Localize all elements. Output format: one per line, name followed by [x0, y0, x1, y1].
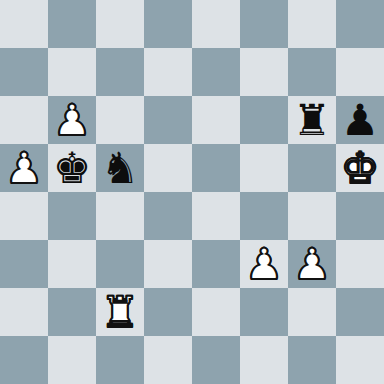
square-h7[interactable] [336, 48, 384, 96]
piece-white-pawn[interactable]: ♟ [245, 240, 284, 288]
square-g2[interactable] [288, 288, 336, 336]
square-f7[interactable] [240, 48, 288, 96]
square-a1[interactable] [0, 336, 48, 384]
square-a3[interactable] [0, 240, 48, 288]
square-h5[interactable]: ♚ [336, 144, 384, 192]
square-h6[interactable]: ♟ [336, 96, 384, 144]
square-e6[interactable] [192, 96, 240, 144]
square-c6[interactable] [96, 96, 144, 144]
square-f6[interactable] [240, 96, 288, 144]
square-f2[interactable] [240, 288, 288, 336]
square-c1[interactable] [96, 336, 144, 384]
square-e1[interactable] [192, 336, 240, 384]
piece-black-knight[interactable]: ♞ [101, 144, 140, 192]
square-h4[interactable] [336, 192, 384, 240]
square-e5[interactable] [192, 144, 240, 192]
square-a6[interactable] [0, 96, 48, 144]
square-g6[interactable]: ♜ [288, 96, 336, 144]
square-e7[interactable] [192, 48, 240, 96]
piece-white-pawn[interactable]: ♟ [293, 240, 332, 288]
square-b4[interactable] [48, 192, 96, 240]
square-e8[interactable] [192, 0, 240, 48]
square-f1[interactable] [240, 336, 288, 384]
piece-black-pawn[interactable]: ♟ [341, 96, 380, 144]
square-c4[interactable] [96, 192, 144, 240]
square-d5[interactable] [144, 144, 192, 192]
square-e4[interactable] [192, 192, 240, 240]
square-d2[interactable] [144, 288, 192, 336]
square-d7[interactable] [144, 48, 192, 96]
square-d4[interactable] [144, 192, 192, 240]
square-e3[interactable] [192, 240, 240, 288]
piece-white-pawn[interactable]: ♟ [5, 144, 44, 192]
square-b5[interactable]: ♚ [48, 144, 96, 192]
square-d1[interactable] [144, 336, 192, 384]
chess-board: ♟♜♟♟♚♞♚♟♟♜ [0, 0, 384, 384]
square-h1[interactable] [336, 336, 384, 384]
square-d6[interactable] [144, 96, 192, 144]
square-c8[interactable] [96, 0, 144, 48]
square-a8[interactable] [0, 0, 48, 48]
square-g7[interactable] [288, 48, 336, 96]
square-c7[interactable] [96, 48, 144, 96]
square-g3[interactable]: ♟ [288, 240, 336, 288]
square-g8[interactable] [288, 0, 336, 48]
square-a5[interactable]: ♟ [0, 144, 48, 192]
square-b3[interactable] [48, 240, 96, 288]
square-c5[interactable]: ♞ [96, 144, 144, 192]
square-f3[interactable]: ♟ [240, 240, 288, 288]
square-b7[interactable] [48, 48, 96, 96]
square-b1[interactable] [48, 336, 96, 384]
square-c2[interactable]: ♜ [96, 288, 144, 336]
piece-white-pawn[interactable]: ♟ [53, 96, 92, 144]
square-e2[interactable] [192, 288, 240, 336]
square-f5[interactable] [240, 144, 288, 192]
piece-white-king[interactable]: ♚ [341, 144, 380, 192]
piece-black-king[interactable]: ♚ [53, 144, 92, 192]
square-b8[interactable] [48, 0, 96, 48]
square-a2[interactable] [0, 288, 48, 336]
piece-black-rook[interactable]: ♜ [293, 96, 332, 144]
square-a7[interactable] [0, 48, 48, 96]
square-h3[interactable] [336, 240, 384, 288]
square-b2[interactable] [48, 288, 96, 336]
square-f4[interactable] [240, 192, 288, 240]
square-g1[interactable] [288, 336, 336, 384]
square-a4[interactable] [0, 192, 48, 240]
square-f8[interactable] [240, 0, 288, 48]
square-h2[interactable] [336, 288, 384, 336]
square-g4[interactable] [288, 192, 336, 240]
square-c3[interactable] [96, 240, 144, 288]
square-h8[interactable] [336, 0, 384, 48]
square-b6[interactable]: ♟ [48, 96, 96, 144]
square-d8[interactable] [144, 0, 192, 48]
square-d3[interactable] [144, 240, 192, 288]
piece-white-rook[interactable]: ♜ [101, 288, 140, 336]
square-g5[interactable] [288, 144, 336, 192]
